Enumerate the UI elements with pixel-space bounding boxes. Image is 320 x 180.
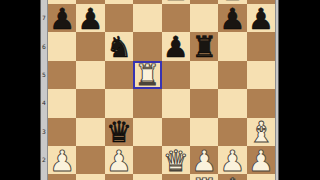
square-e5[interactable]	[162, 61, 190, 89]
chess-diagram: 765432 ♜♚♟♟♟♟♞♟♜♜♛♝♟♟♛♟♟♟♜♚	[0, 0, 320, 180]
square-f5[interactable]	[190, 61, 218, 89]
chess-board[interactable]: ♜♚♟♟♟♟♞♟♜♜♛♝♟♟♛♟♟♟♜♚	[48, 0, 275, 180]
piece-black-knight-c6: ♞	[106, 33, 132, 62]
square-f3[interactable]	[190, 118, 218, 146]
rank-label-2: 2	[40, 156, 48, 164]
square-f7[interactable]	[190, 4, 218, 32]
square-d3[interactable]	[133, 118, 161, 146]
square-d6[interactable]	[133, 32, 161, 60]
square-d5[interactable]: ♜	[133, 61, 161, 89]
square-h2[interactable]: ♟	[247, 146, 275, 174]
board-frame-right	[275, 0, 279, 180]
square-h1[interactable]	[247, 174, 275, 180]
square-b2[interactable]	[76, 146, 104, 174]
rank-label-7: 7	[40, 14, 48, 22]
square-c3[interactable]: ♛	[105, 118, 133, 146]
square-c4[interactable]	[105, 89, 133, 117]
piece-black-pawn-g7: ♟	[220, 4, 246, 33]
rank-label-4: 4	[40, 99, 48, 107]
square-a5[interactable]	[48, 61, 76, 89]
piece-black-rook-f6: ♜	[191, 33, 217, 62]
square-b5[interactable]	[76, 61, 104, 89]
square-c6[interactable]: ♞	[105, 32, 133, 60]
square-f4[interactable]	[190, 89, 218, 117]
rank-label-6: 6	[40, 43, 48, 51]
square-b4[interactable]	[76, 89, 104, 117]
rank-label-3: 3	[40, 128, 48, 136]
square-g6[interactable]	[218, 32, 246, 60]
square-b3[interactable]	[76, 118, 104, 146]
square-a7[interactable]: ♟	[48, 4, 76, 32]
square-e7[interactable]	[162, 4, 190, 32]
square-f1[interactable]: ♜	[190, 174, 218, 180]
square-d7[interactable]	[133, 4, 161, 32]
square-h3[interactable]: ♝	[247, 118, 275, 146]
piece-black-pawn-b7: ♟	[78, 4, 104, 33]
square-g3[interactable]	[218, 118, 246, 146]
piece-white-rook-f1: ♜	[191, 175, 217, 180]
piece-white-pawn-c2: ♟	[106, 146, 132, 175]
square-h4[interactable]	[247, 89, 275, 117]
square-h6[interactable]	[247, 32, 275, 60]
square-e3[interactable]	[162, 118, 190, 146]
piece-white-pawn-a2: ♟	[49, 146, 75, 175]
square-e4[interactable]	[162, 89, 190, 117]
square-a6[interactable]	[48, 32, 76, 60]
board-frame-left	[40, 0, 48, 180]
piece-black-pawn-h7: ♟	[248, 4, 274, 33]
piece-black-pawn-a7: ♟	[49, 4, 75, 33]
piece-white-rook-d5: ♜	[134, 61, 160, 90]
square-a4[interactable]	[48, 89, 76, 117]
square-g2[interactable]: ♟	[218, 146, 246, 174]
rank-label-5: 5	[40, 71, 48, 79]
piece-black-pawn-e6: ♟	[163, 33, 189, 62]
square-a3[interactable]	[48, 118, 76, 146]
piece-white-pawn-h2: ♟	[248, 146, 274, 175]
square-h7[interactable]: ♟	[247, 4, 275, 32]
square-e1[interactable]	[162, 174, 190, 180]
piece-white-queen-e2: ♛	[163, 146, 189, 175]
square-g1[interactable]: ♚	[218, 174, 246, 180]
square-b6[interactable]	[76, 32, 104, 60]
square-c5[interactable]	[105, 61, 133, 89]
square-b7[interactable]: ♟	[76, 4, 104, 32]
square-h5[interactable]	[247, 61, 275, 89]
square-d1[interactable]	[133, 174, 161, 180]
square-g7[interactable]: ♟	[218, 4, 246, 32]
square-c1[interactable]	[105, 174, 133, 180]
square-a1[interactable]	[48, 174, 76, 180]
square-d2[interactable]	[133, 146, 161, 174]
square-g5[interactable]	[218, 61, 246, 89]
square-c7[interactable]	[105, 4, 133, 32]
square-e2[interactable]: ♛	[162, 146, 190, 174]
square-f2[interactable]: ♟	[190, 146, 218, 174]
square-f6[interactable]: ♜	[190, 32, 218, 60]
piece-white-king-g1: ♚	[220, 175, 246, 180]
square-b1[interactable]	[76, 174, 104, 180]
square-c2[interactable]: ♟	[105, 146, 133, 174]
square-e6[interactable]: ♟	[162, 32, 190, 60]
square-g4[interactable]	[218, 89, 246, 117]
square-d4[interactable]	[133, 89, 161, 117]
square-a2[interactable]: ♟	[48, 146, 76, 174]
